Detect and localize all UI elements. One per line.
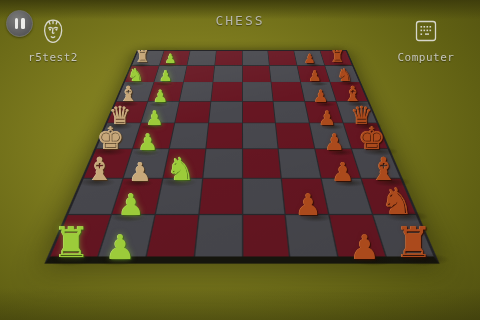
piece-shadow	[400, 253, 449, 266]
piece-black-P-f7[interactable]: ♟	[331, 159, 354, 185]
piece-black-P-c7[interactable]: ♟	[313, 88, 328, 105]
piece-white-P-b2[interactable]: ♟	[159, 69, 172, 84]
square-h4[interactable]	[195, 215, 242, 257]
square-h5[interactable]	[243, 215, 290, 257]
piece-shadow	[354, 255, 394, 265]
piece-white-P-e2[interactable]: ♟	[138, 131, 159, 154]
square-a4[interactable]	[215, 51, 242, 65]
piece-white-P-a2[interactable]: ♟	[165, 52, 177, 65]
piece-white-P-c2[interactable]: ♟	[153, 88, 168, 105]
square-e4[interactable]	[206, 123, 241, 148]
piece-shadow	[78, 177, 115, 187]
square-g4[interactable]	[199, 179, 241, 214]
computer-name-label: Computer	[386, 51, 466, 64]
piece-shadow	[335, 179, 365, 187]
square-c3[interactable]	[180, 82, 212, 100]
square-e3[interactable]	[170, 123, 208, 148]
square-d3[interactable]	[175, 101, 210, 122]
page-title: CHESS	[0, 13, 480, 28]
pause-icon	[15, 18, 19, 29]
square-b6[interactable]	[270, 66, 300, 82]
player-name-label: r5test2	[13, 51, 93, 64]
square-d6[interactable]	[274, 101, 309, 122]
square-e6[interactable]	[276, 123, 314, 148]
square-b5[interactable]	[242, 66, 271, 82]
piece-black-P-e7[interactable]: ♟	[324, 131, 345, 154]
square-g5[interactable]	[243, 179, 285, 214]
piece-white-P-d2[interactable]: ♟	[146, 108, 164, 128]
piece-white-P-h2[interactable]: ♟	[105, 230, 135, 264]
piece-black-P-a7[interactable]: ♟	[304, 52, 316, 65]
piece-shadow	[123, 179, 153, 187]
square-d4[interactable]	[209, 101, 242, 122]
chess-app-screen: ♜♞♝♛♚♝♜♞♟♟♟♟♟♟♟♟♜♞♝♛♚♝♞♜♟♟♟♟♟♟♟♟ CHESS r…	[0, 0, 480, 320]
piece-shadow	[111, 213, 146, 222]
piece-white-R-h1[interactable]: ♜	[52, 222, 90, 264]
piece-shadow	[97, 255, 137, 265]
square-c4[interactable]	[211, 82, 241, 100]
square-a5[interactable]	[242, 51, 269, 65]
square-f6[interactable]	[279, 149, 321, 178]
piece-black-P-g6[interactable]: ♟	[295, 190, 322, 220]
square-d5[interactable]	[242, 101, 275, 122]
square-h3[interactable]	[147, 215, 198, 257]
computer-chip-icon	[412, 17, 440, 45]
piece-black-P-h7[interactable]: ♟	[349, 230, 379, 264]
piece-shadow	[159, 177, 196, 187]
square-c6[interactable]	[272, 82, 304, 100]
square-f4[interactable]	[203, 149, 242, 178]
piece-black-P-b7[interactable]: ♟	[308, 69, 321, 84]
pause-button[interactable]	[6, 10, 33, 37]
square-c5[interactable]	[242, 82, 272, 100]
piece-white-P-f2[interactable]: ♟	[128, 159, 151, 185]
piece-shadow	[327, 149, 354, 156]
piece-shadow	[299, 213, 334, 222]
square-b3[interactable]	[184, 66, 214, 82]
square-f5[interactable]	[243, 149, 282, 178]
piece-shadow	[132, 149, 159, 156]
piece-black-P-d7[interactable]: ♟	[318, 108, 336, 128]
piece-white-N-f3[interactable]: ♞	[166, 153, 195, 185]
player-face-avatar-icon	[39, 17, 67, 45]
piece-black-N-g8[interactable]: ♞	[381, 183, 414, 220]
piece-shadow	[43, 253, 92, 266]
square-b4[interactable]	[213, 66, 242, 82]
pause-icon	[21, 18, 25, 29]
piece-white-R-a1[interactable]: ♜	[135, 49, 149, 65]
square-a3[interactable]	[187, 51, 215, 65]
piece-black-R-h8[interactable]: ♜	[395, 222, 433, 264]
piece-black-R-a8[interactable]: ♜	[331, 49, 345, 65]
square-e5[interactable]	[242, 123, 277, 148]
square-a6[interactable]	[268, 51, 296, 65]
piece-white-P-g2[interactable]: ♟	[118, 190, 145, 220]
board-scene	[0, 0, 480, 320]
piece-white-B-f1[interactable]: ♝	[85, 153, 114, 185]
